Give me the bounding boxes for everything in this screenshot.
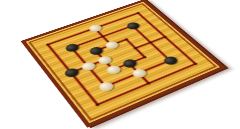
- board-scene: [0, 0, 240, 129]
- middle-square-line: [72, 26, 170, 87]
- game-board-photo: [0, 0, 240, 129]
- inner-square-line: [96, 39, 145, 69]
- nine-mens-morris-board: [21, 0, 226, 128]
